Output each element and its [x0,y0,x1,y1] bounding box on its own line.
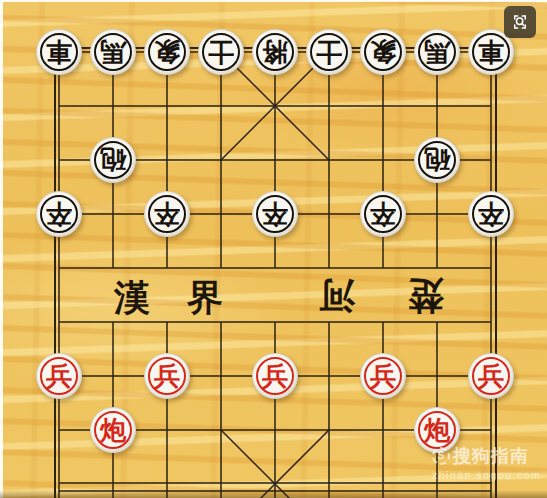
piece-glyph: 士 [316,39,342,65]
black-general[interactable]: 將 [252,29,298,75]
photo-left-edge [0,0,3,498]
red-soldier-1[interactable]: 兵 [36,353,82,399]
piece-glyph: 兵 [154,363,180,389]
red-soldier-3[interactable]: 兵 [252,353,298,399]
piece-glyph: 車 [478,39,504,65]
piece-glyph: 卒 [262,201,288,227]
piece-glyph: 馬 [100,39,126,65]
black-chariot-left[interactable]: 車 [36,29,82,75]
black-horse-right[interactable]: 馬 [414,29,460,75]
black-soldier-5[interactable]: 卒 [468,191,514,237]
piece-glyph: 炮 [424,417,450,443]
pieces-layer: 車馬象士將士象馬車砲砲卒卒卒卒卒兵兵兵兵兵炮炮 [32,25,518,498]
red-soldier-4[interactable]: 兵 [360,353,406,399]
piece-glyph: 象 [154,39,180,65]
piece-glyph: 象 [370,39,396,65]
black-horse-left[interactable]: 馬 [90,29,136,75]
sogou-logo-icon: S [432,447,450,465]
piece-glyph: 卒 [46,201,72,227]
piece-glyph: 砲 [100,147,126,173]
red-soldier-2[interactable]: 兵 [144,353,190,399]
watermark-url: zhinan.sogou.com [432,469,544,481]
piece-glyph: 砲 [424,147,450,173]
watermark-brand: 搜狗指南 [453,444,529,468]
piece-glyph: 兵 [370,363,396,389]
black-cannon-right[interactable]: 砲 [414,137,460,183]
black-soldier-1[interactable]: 卒 [36,191,82,237]
black-cannon-left[interactable]: 砲 [90,137,136,183]
black-advisor-left[interactable]: 士 [198,29,244,75]
piece-glyph: 兵 [46,363,72,389]
red-soldier-5[interactable]: 兵 [468,353,514,399]
piece-glyph: 兵 [262,363,288,389]
piece-glyph: 兵 [478,363,504,389]
piece-glyph: 炮 [100,417,126,443]
piece-glyph: 卒 [370,201,396,227]
view-larger-button[interactable] [504,6,536,38]
photo-bottom-shadow [0,490,547,498]
piece-glyph: 卒 [154,201,180,227]
piece-glyph: 車 [46,39,72,65]
piece-glyph: 卒 [478,201,504,227]
black-soldier-4[interactable]: 卒 [360,191,406,237]
black-elephant-left[interactable]: 象 [144,29,190,75]
piece-glyph: 將 [262,39,288,65]
piece-glyph: 馬 [424,39,450,65]
xiangqi-board-photo: 漢界 楚河 車馬象士將士象馬車砲砲卒卒卒卒卒兵兵兵兵兵炮炮 S 搜狗指南 zhi… [0,0,547,498]
piece-glyph: 士 [208,39,234,65]
black-elephant-right[interactable]: 象 [360,29,406,75]
black-soldier-2[interactable]: 卒 [144,191,190,237]
magnifier-icon [508,10,532,34]
black-soldier-3[interactable]: 卒 [252,191,298,237]
photo-top-edge [0,0,547,2]
watermark: S 搜狗指南 zhinan.sogou.com [432,444,544,481]
red-cannon-left[interactable]: 炮 [90,407,136,453]
black-advisor-right[interactable]: 士 [306,29,352,75]
